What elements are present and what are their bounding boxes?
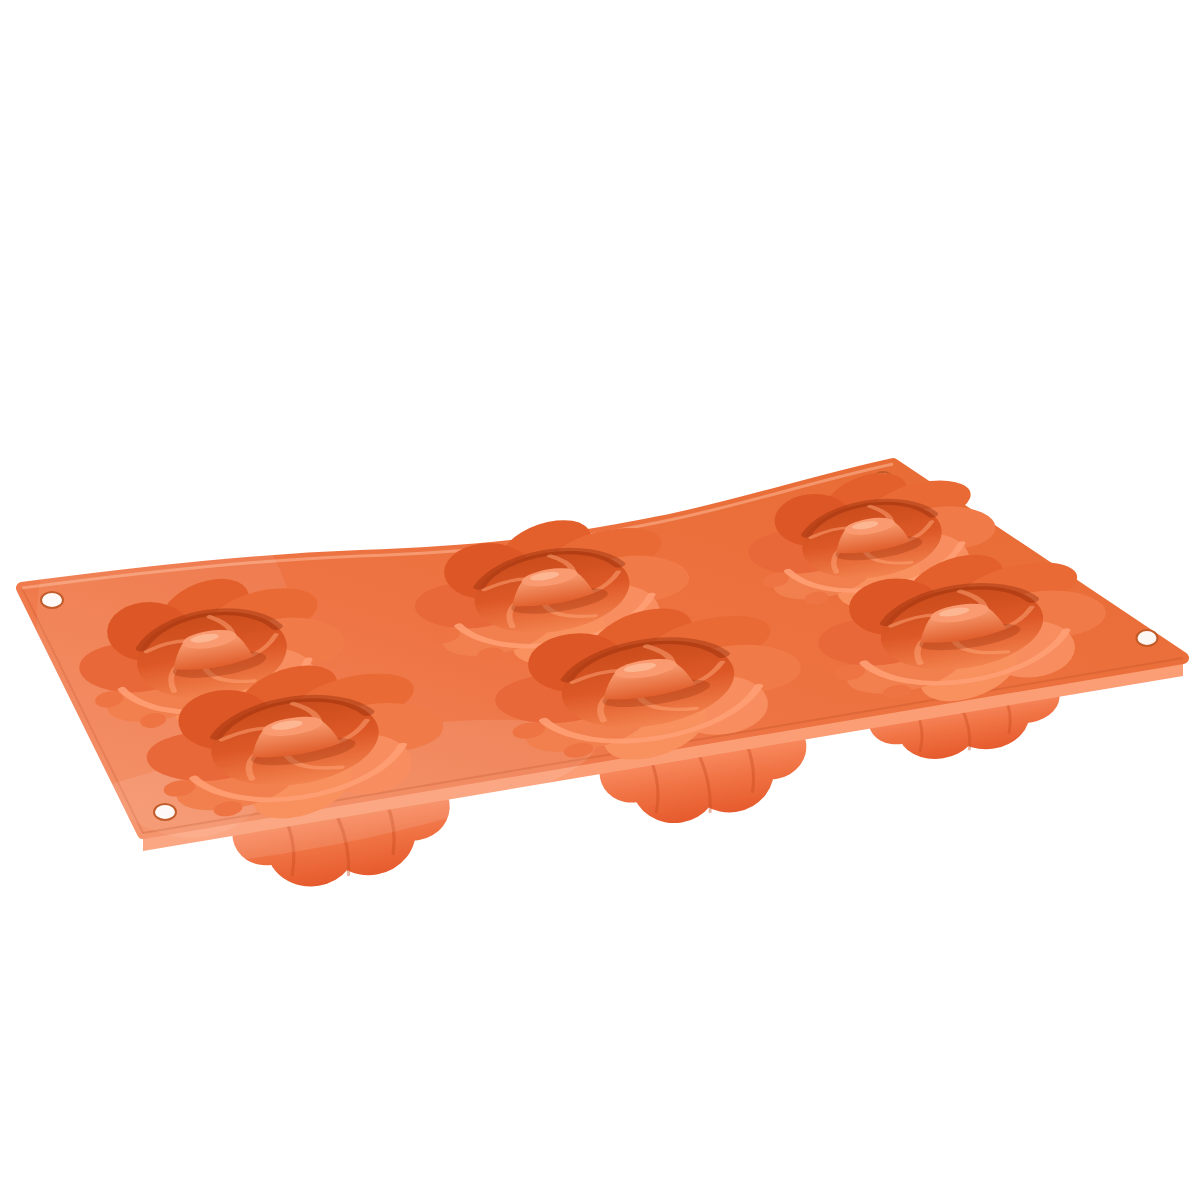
product-photo: Orange 6-cavity silicone mini bundt / ko…: [0, 0, 1200, 1200]
corner-hole-left: [41, 592, 63, 608]
silicone-mold-illustration: Orange 6-cavity silicone mini bundt / ko…: [0, 0, 1200, 1200]
corner-hole-right: [1137, 630, 1158, 646]
corner-hole-bottom: [154, 804, 176, 820]
